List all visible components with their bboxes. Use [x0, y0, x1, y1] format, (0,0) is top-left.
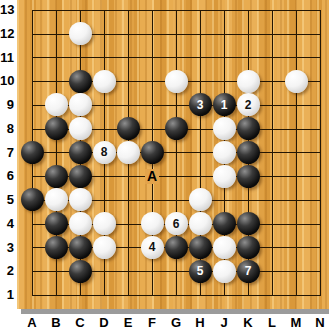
black-stone-A5[interactable]	[21, 188, 44, 211]
point-J3[interactable]	[212, 236, 236, 260]
white-stone-K10[interactable]	[237, 70, 260, 93]
point-C7[interactable]	[68, 141, 92, 165]
black-stone-K4[interactable]	[237, 212, 260, 235]
column-label-G: G	[164, 315, 188, 331]
white-stone-C9[interactable]	[69, 93, 92, 116]
black-stone-B8[interactable]	[45, 117, 68, 140]
point-B5[interactable]	[44, 188, 68, 212]
black-stone-J9[interactable]: 1	[213, 93, 236, 116]
white-stone-H5[interactable]	[189, 188, 212, 211]
column-label-A: A	[20, 315, 44, 331]
column-label-F: F	[140, 315, 164, 331]
board-drop-shadow	[21, 309, 329, 314]
point-J7[interactable]	[212, 141, 236, 165]
point-M10[interactable]	[284, 69, 308, 93]
white-stone-B9[interactable]	[45, 93, 68, 116]
column-label-J: J	[212, 315, 236, 331]
point-C12[interactable]	[68, 22, 92, 46]
point-A5[interactable]	[20, 188, 44, 212]
point-H5[interactable]	[188, 188, 212, 212]
column-label-M: M	[284, 315, 308, 331]
point-D3[interactable]	[92, 236, 116, 260]
black-stone-C2[interactable]	[69, 260, 92, 283]
black-stone-G8[interactable]	[165, 117, 188, 140]
black-stone-E8[interactable]	[117, 117, 140, 140]
black-stone-K7[interactable]	[237, 141, 260, 164]
white-stone-H4[interactable]	[189, 212, 212, 235]
point-B8[interactable]	[44, 117, 68, 141]
row-label-12: 12	[0, 26, 14, 42]
black-stone-H2[interactable]: 5	[189, 260, 212, 283]
black-stone-B6[interactable]	[45, 165, 68, 188]
point-label-A: A	[145, 169, 159, 184]
column-label-H: H	[188, 315, 212, 331]
point-D7[interactable]: 8	[92, 141, 116, 165]
row-label-9: 9	[0, 97, 14, 113]
column-label-L: L	[260, 315, 284, 331]
black-stone-H3[interactable]	[189, 236, 212, 259]
move-number-label: 3	[197, 99, 204, 111]
row-label-13: 13	[0, 2, 14, 18]
point-J9[interactable]: 1	[212, 93, 236, 117]
point-J8[interactable]	[212, 117, 236, 141]
move-number-label: 4	[149, 241, 156, 253]
white-stone-D4[interactable]	[93, 212, 116, 235]
white-stone-C12[interactable]	[69, 22, 92, 45]
black-stone-C3[interactable]	[69, 236, 92, 259]
point-B4[interactable]	[44, 212, 68, 236]
point-B9[interactable]	[44, 93, 68, 117]
point-J2[interactable]	[212, 259, 236, 283]
white-stone-C5[interactable]	[69, 188, 92, 211]
point-H9[interactable]: 3	[188, 93, 212, 117]
point-K2[interactable]: 7	[236, 259, 260, 283]
black-stone-C6[interactable]	[69, 165, 92, 188]
white-stone-D3[interactable]	[93, 236, 116, 259]
point-C5[interactable]	[68, 188, 92, 212]
go-diagram: 31286457A 13121110987654321 ABCDEFGHJKLM…	[0, 0, 329, 332]
point-C10[interactable]	[68, 69, 92, 93]
move-number-label: 1	[221, 99, 228, 111]
white-stone-J7[interactable]	[213, 141, 236, 164]
white-stone-J2[interactable]	[213, 260, 236, 283]
move-number-label: 6	[173, 218, 180, 230]
row-label-4: 4	[0, 216, 14, 232]
black-stone-J4[interactable]	[213, 212, 236, 235]
column-label-C: C	[68, 315, 92, 331]
column-label-D: D	[92, 315, 116, 331]
point-C3[interactable]	[68, 236, 92, 260]
white-stone-K9[interactable]: 2	[237, 93, 260, 116]
point-G8[interactable]	[164, 117, 188, 141]
black-stone-H9[interactable]: 3	[189, 93, 212, 116]
point-F7[interactable]	[140, 141, 164, 165]
black-stone-K2[interactable]: 7	[237, 260, 260, 283]
move-number-label: 8	[101, 146, 108, 158]
point-B6[interactable]	[44, 164, 68, 188]
black-stone-K3[interactable]	[237, 236, 260, 259]
black-stone-G3[interactable]	[165, 236, 188, 259]
point-C4[interactable]	[68, 212, 92, 236]
move-number-label: 5	[197, 265, 204, 277]
point-C8[interactable]	[68, 117, 92, 141]
white-stone-F3[interactable]: 4	[141, 236, 164, 259]
white-stone-E7[interactable]	[117, 141, 140, 164]
column-label-N: N	[308, 315, 329, 331]
point-H4[interactable]	[188, 212, 212, 236]
point-D4[interactable]	[92, 212, 116, 236]
white-stone-B5[interactable]	[45, 188, 68, 211]
white-stone-F4[interactable]	[141, 212, 164, 235]
point-J6[interactable]	[212, 164, 236, 188]
black-stone-F7[interactable]	[141, 141, 164, 164]
white-stone-D7[interactable]: 8	[93, 141, 116, 164]
point-G3[interactable]	[164, 236, 188, 260]
black-stone-K6[interactable]	[237, 165, 260, 188]
row-label-3: 3	[0, 240, 14, 256]
white-stone-G4[interactable]: 6	[165, 212, 188, 235]
point-D10[interactable]	[92, 69, 116, 93]
row-label-2: 2	[0, 263, 14, 279]
point-J4[interactable]	[212, 212, 236, 236]
black-stone-C7[interactable]	[69, 141, 92, 164]
row-label-8: 8	[0, 121, 14, 137]
point-G10[interactable]	[164, 69, 188, 93]
white-stone-G10[interactable]	[165, 70, 188, 93]
point-C2[interactable]	[68, 259, 92, 283]
row-label-7: 7	[0, 145, 14, 161]
point-K9[interactable]: 2	[236, 93, 260, 117]
point-K3[interactable]	[236, 236, 260, 260]
white-stone-D10[interactable]	[93, 70, 116, 93]
move-number-label: 7	[245, 265, 252, 277]
point-B3[interactable]	[44, 236, 68, 260]
point-K4[interactable]	[236, 212, 260, 236]
black-stone-A7[interactable]	[21, 141, 44, 164]
point-F3[interactable]: 4	[140, 236, 164, 260]
white-stone-J8[interactable]	[213, 117, 236, 140]
black-stone-C10[interactable]	[69, 70, 92, 93]
row-label-5: 5	[0, 192, 14, 208]
row-label-6: 6	[0, 168, 14, 184]
point-G4[interactable]: 6	[164, 212, 188, 236]
row-label-1: 1	[0, 287, 14, 303]
point-A7[interactable]	[20, 141, 44, 165]
stones-grid: 31286457A	[20, 0, 329, 307]
point-C9[interactable]	[68, 93, 92, 117]
point-E7[interactable]	[116, 141, 140, 165]
point-H3[interactable]	[188, 236, 212, 260]
go-board[interactable]: 31286457A	[17, 0, 329, 309]
point-C6[interactable]	[68, 164, 92, 188]
black-stone-B4[interactable]	[45, 212, 68, 235]
point-K10[interactable]	[236, 69, 260, 93]
column-label-E: E	[116, 315, 140, 331]
point-E8[interactable]	[116, 117, 140, 141]
white-stone-C8[interactable]	[69, 117, 92, 140]
row-label-11: 11	[0, 50, 14, 66]
marked-point-F6[interactable]: A	[140, 164, 164, 188]
point-H2[interactable]: 5	[188, 259, 212, 283]
point-F4[interactable]	[140, 212, 164, 236]
white-stone-M10[interactable]	[285, 70, 308, 93]
move-number-label: 2	[245, 99, 252, 111]
white-stone-J6[interactable]	[213, 165, 236, 188]
white-stone-J3[interactable]	[213, 236, 236, 259]
black-stone-B3[interactable]	[45, 236, 68, 259]
white-stone-C4[interactable]	[69, 212, 92, 235]
point-K6[interactable]	[236, 164, 260, 188]
column-label-K: K	[236, 315, 260, 331]
column-label-B: B	[44, 315, 68, 331]
point-K8[interactable]	[236, 117, 260, 141]
black-stone-K8[interactable]	[237, 117, 260, 140]
row-label-10: 10	[0, 73, 14, 89]
point-K7[interactable]	[236, 141, 260, 165]
